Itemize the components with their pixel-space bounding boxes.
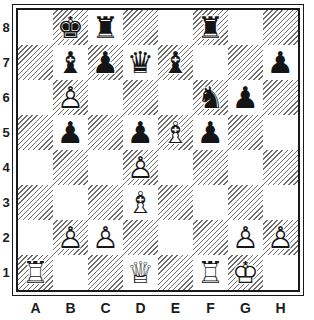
square-b6[interactable]: ♟♙ xyxy=(53,80,88,115)
rank-label-4: 4 xyxy=(0,150,12,185)
square-f2[interactable] xyxy=(193,220,228,255)
piece-glyph: ♟ xyxy=(263,45,298,80)
square-a7[interactable] xyxy=(18,45,53,80)
piece-black-pawn[interactable]: ♟ xyxy=(228,80,263,115)
piece-glyph: ♚ xyxy=(53,10,88,45)
piece-white-pawn[interactable]: ♟♙ xyxy=(53,220,88,255)
square-a4[interactable] xyxy=(18,150,53,185)
piece-glyph: ♗ xyxy=(123,185,158,220)
piece-glyph: ♙ xyxy=(228,220,263,255)
piece-black-pawn[interactable]: ♟ xyxy=(263,45,298,80)
piece-white-queen[interactable]: ♛♕ xyxy=(123,255,158,290)
piece-white-pawn[interactable]: ♟♙ xyxy=(263,220,298,255)
square-c8[interactable]: ♜ xyxy=(88,10,123,45)
piece-glyph: ♛ xyxy=(123,45,158,80)
square-f8[interactable]: ♜ xyxy=(193,10,228,45)
square-c5[interactable] xyxy=(88,115,123,150)
square-d5[interactable]: ♟ xyxy=(123,115,158,150)
square-e7[interactable]: ♝ xyxy=(158,45,193,80)
piece-white-pawn[interactable]: ♟♙ xyxy=(228,220,263,255)
piece-glyph: ♗ xyxy=(158,115,193,150)
square-e2[interactable] xyxy=(158,220,193,255)
square-g8[interactable] xyxy=(228,10,263,45)
piece-glyph: ♜ xyxy=(88,10,123,45)
square-g7[interactable] xyxy=(228,45,263,80)
chess-board: ♚♜♜♝♟♛♝♟♟♙♞♟♟♟♝♗♟♟♙♝♗♟♙♟♙♟♙♟♙♜♖♛♕♜♖♚♔ xyxy=(18,10,298,290)
piece-glyph: ♙ xyxy=(53,80,88,115)
square-h3[interactable] xyxy=(263,185,298,220)
board-frame: ♚♜♜♝♟♛♝♟♟♙♞♟♟♟♝♗♟♟♙♝♗♟♙♟♙♟♙♟♙♜♖♛♕♜♖♚♔ xyxy=(12,4,304,296)
piece-white-pawn[interactable]: ♟♙ xyxy=(88,220,123,255)
piece-white-bishop[interactable]: ♝♗ xyxy=(123,185,158,220)
piece-black-king[interactable]: ♚ xyxy=(53,10,88,45)
square-g6[interactable]: ♟ xyxy=(228,80,263,115)
board-inner-border: ♚♜♜♝♟♛♝♟♟♙♞♟♟♟♝♗♟♟♙♝♗♟♙♟♙♟♙♟♙♜♖♛♕♜♖♚♔ xyxy=(16,8,300,292)
piece-white-king[interactable]: ♚♔ xyxy=(228,255,263,290)
piece-glyph: ♙ xyxy=(123,150,158,185)
square-b5[interactable]: ♟ xyxy=(53,115,88,150)
file-label-d: D xyxy=(123,299,158,317)
square-h5[interactable] xyxy=(263,115,298,150)
file-label-f: F xyxy=(193,299,228,317)
square-d6[interactable] xyxy=(123,80,158,115)
square-d2[interactable] xyxy=(123,220,158,255)
rank-label-8: 8 xyxy=(0,10,12,45)
square-a6[interactable] xyxy=(18,80,53,115)
file-label-g: G xyxy=(228,299,263,317)
piece-white-rook[interactable]: ♜♖ xyxy=(18,255,53,290)
piece-glyph: ♝ xyxy=(53,45,88,80)
piece-black-rook[interactable]: ♜ xyxy=(193,10,228,45)
piece-glyph: ♟ xyxy=(123,115,158,150)
square-g1[interactable]: ♚♔ xyxy=(228,255,263,290)
piece-black-pawn[interactable]: ♟ xyxy=(193,115,228,150)
piece-glyph: ♔ xyxy=(228,255,263,290)
square-a1[interactable]: ♜♖ xyxy=(18,255,53,290)
piece-glyph: ♟ xyxy=(53,115,88,150)
piece-black-rook[interactable]: ♜ xyxy=(88,10,123,45)
square-h6[interactable] xyxy=(263,80,298,115)
piece-white-pawn[interactable]: ♟♙ xyxy=(53,80,88,115)
square-f7[interactable] xyxy=(193,45,228,80)
square-d7[interactable]: ♛ xyxy=(123,45,158,80)
square-e1[interactable] xyxy=(158,255,193,290)
square-d4[interactable]: ♟♙ xyxy=(123,150,158,185)
rank-label-5: 5 xyxy=(0,115,12,150)
piece-glyph: ♙ xyxy=(88,220,123,255)
file-label-e: E xyxy=(158,299,193,317)
square-b1[interactable] xyxy=(53,255,88,290)
piece-white-pawn[interactable]: ♟♙ xyxy=(123,150,158,185)
piece-black-pawn[interactable]: ♟ xyxy=(123,115,158,150)
square-e5[interactable]: ♝♗ xyxy=(158,115,193,150)
square-g2[interactable]: ♟♙ xyxy=(228,220,263,255)
file-labels: ABCDEFGH xyxy=(18,299,298,317)
square-h8[interactable] xyxy=(263,10,298,45)
piece-glyph: ♞ xyxy=(193,80,228,115)
piece-glyph: ♟ xyxy=(88,45,123,80)
rank-labels: 87654321 xyxy=(0,10,12,290)
piece-black-pawn[interactable]: ♟ xyxy=(53,115,88,150)
square-e4[interactable] xyxy=(158,150,193,185)
square-b7[interactable]: ♝ xyxy=(53,45,88,80)
rank-label-6: 6 xyxy=(0,80,12,115)
square-a3[interactable] xyxy=(18,185,53,220)
piece-glyph: ♖ xyxy=(18,255,53,290)
piece-glyph: ♕ xyxy=(123,255,158,290)
piece-glyph: ♟ xyxy=(193,115,228,150)
square-h1[interactable] xyxy=(263,255,298,290)
square-b8[interactable]: ♚ xyxy=(53,10,88,45)
piece-glyph: ♜ xyxy=(193,10,228,45)
piece-glyph: ♝ xyxy=(158,45,193,80)
square-h2[interactable]: ♟♙ xyxy=(263,220,298,255)
square-c3[interactable] xyxy=(88,185,123,220)
file-label-c: C xyxy=(88,299,123,317)
square-a5[interactable] xyxy=(18,115,53,150)
square-e3[interactable] xyxy=(158,185,193,220)
square-h7[interactable]: ♟ xyxy=(263,45,298,80)
piece-glyph: ♙ xyxy=(263,220,298,255)
piece-white-bishop[interactable]: ♝♗ xyxy=(158,115,193,150)
square-g5[interactable] xyxy=(228,115,263,150)
square-a8[interactable] xyxy=(18,10,53,45)
square-c1[interactable] xyxy=(88,255,123,290)
square-c4[interactable] xyxy=(88,150,123,185)
square-e6[interactable] xyxy=(158,80,193,115)
square-e8[interactable] xyxy=(158,10,193,45)
square-b2[interactable]: ♟♙ xyxy=(53,220,88,255)
piece-white-rook[interactable]: ♜♖ xyxy=(193,255,228,290)
piece-black-bishop[interactable]: ♝ xyxy=(53,45,88,80)
rank-label-3: 3 xyxy=(0,185,12,220)
square-f6[interactable]: ♞ xyxy=(193,80,228,115)
square-f4[interactable] xyxy=(193,150,228,185)
file-label-h: H xyxy=(263,299,298,317)
piece-black-pawn[interactable]: ♟ xyxy=(88,45,123,80)
piece-glyph: ♙ xyxy=(53,220,88,255)
file-label-a: A xyxy=(18,299,53,317)
chess-diagram: 87654321 ♚♜♜♝♟♛♝♟♟♙♞♟♟♟♝♗♟♟♙♝♗♟♙♟♙♟♙♟♙♜♖… xyxy=(0,0,314,320)
square-b3[interactable] xyxy=(53,185,88,220)
square-h4[interactable] xyxy=(263,150,298,185)
piece-glyph: ♟ xyxy=(228,80,263,115)
square-d8[interactable] xyxy=(123,10,158,45)
square-g4[interactable] xyxy=(228,150,263,185)
square-c7[interactable]: ♟ xyxy=(88,45,123,80)
square-d1[interactable]: ♛♕ xyxy=(123,255,158,290)
square-f3[interactable] xyxy=(193,185,228,220)
square-g3[interactable] xyxy=(228,185,263,220)
piece-glyph: ♖ xyxy=(193,255,228,290)
piece-black-bishop[interactable]: ♝ xyxy=(158,45,193,80)
square-c2[interactable]: ♟♙ xyxy=(88,220,123,255)
square-f5[interactable]: ♟ xyxy=(193,115,228,150)
file-label-b: B xyxy=(53,299,88,317)
square-b4[interactable] xyxy=(53,150,88,185)
square-f1[interactable]: ♜♖ xyxy=(193,255,228,290)
piece-black-queen[interactable]: ♛ xyxy=(123,45,158,80)
square-a2[interactable] xyxy=(18,220,53,255)
rank-label-2: 2 xyxy=(0,220,12,255)
piece-black-knight[interactable]: ♞ xyxy=(193,80,228,115)
rank-label-7: 7 xyxy=(0,45,12,80)
square-d3[interactable]: ♝♗ xyxy=(123,185,158,220)
rank-label-1: 1 xyxy=(0,255,12,290)
square-c6[interactable] xyxy=(88,80,123,115)
